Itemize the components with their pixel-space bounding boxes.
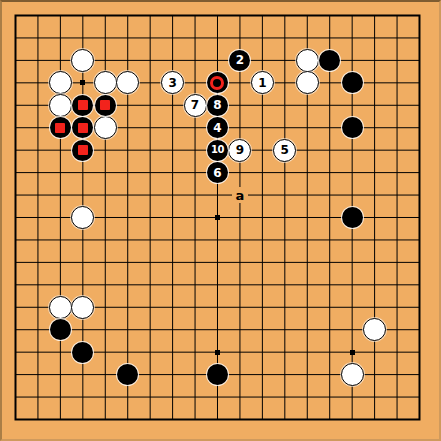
stone-black (117, 364, 138, 385)
stone-white (116, 71, 139, 94)
square-mark (55, 123, 65, 133)
circle-mark (210, 76, 224, 90)
move-number-label: 4 (213, 121, 221, 133)
stone-black-move-10: 10 (207, 140, 228, 161)
stone-black (72, 342, 93, 363)
move-number-label: 9 (236, 144, 244, 156)
square-mark (100, 100, 110, 110)
star-point (350, 350, 355, 355)
star-point (215, 350, 220, 355)
stone-white (363, 318, 386, 341)
stone-white (94, 71, 117, 94)
go-board-diagram: 12345678910a (0, 0, 441, 441)
stone-black-square-marked (95, 95, 116, 116)
stone-white (49, 71, 72, 94)
move-number-label: 2 (236, 54, 244, 66)
stone-black-square-marked (72, 95, 93, 116)
stone-black-move-2: 2 (229, 50, 250, 71)
move-number-label: 1 (258, 76, 266, 88)
stone-white-move-9: 9 (228, 139, 251, 162)
stone-white (71, 49, 94, 72)
stone-black-square-marked (72, 117, 93, 138)
stone-black-square-marked (72, 140, 93, 161)
stone-white-move-7: 7 (184, 94, 207, 117)
stone-black (342, 117, 363, 138)
stone-black (319, 50, 340, 71)
stone-white-move-5: 5 (273, 139, 296, 162)
stone-white (94, 116, 117, 139)
stone-black (342, 207, 363, 228)
stone-white-move-3: 3 (161, 71, 184, 94)
stone-white (296, 71, 319, 94)
stone-white (49, 94, 72, 117)
square-mark (78, 123, 88, 133)
stone-black (50, 319, 71, 340)
move-number-label: 8 (213, 99, 221, 111)
stone-white-move-1: 1 (251, 71, 274, 94)
move-number-label: 10 (211, 145, 224, 155)
stone-white (71, 296, 94, 319)
stone-white (49, 296, 72, 319)
stone-black-move-4: 4 (207, 117, 228, 138)
board-intersections: 12345678910a (4, 4, 430, 430)
stone-black (207, 364, 228, 385)
move-number-label: 7 (191, 99, 199, 111)
stone-black (342, 72, 363, 93)
stone-white (341, 363, 364, 386)
stone-black-circle-marked (207, 72, 228, 93)
move-number-label: 5 (281, 144, 289, 156)
stone-white (71, 206, 94, 229)
move-number-label: 3 (168, 76, 176, 88)
square-mark (78, 100, 88, 110)
stone-black-square-marked (50, 117, 71, 138)
stone-black-move-8: 8 (207, 95, 228, 116)
point-label-a: a (232, 187, 248, 203)
square-mark (78, 145, 88, 155)
star-point (215, 215, 220, 220)
stone-white (296, 49, 319, 72)
move-number-label: 6 (213, 166, 221, 178)
stone-black-move-6: 6 (207, 162, 228, 183)
star-point (80, 80, 85, 85)
